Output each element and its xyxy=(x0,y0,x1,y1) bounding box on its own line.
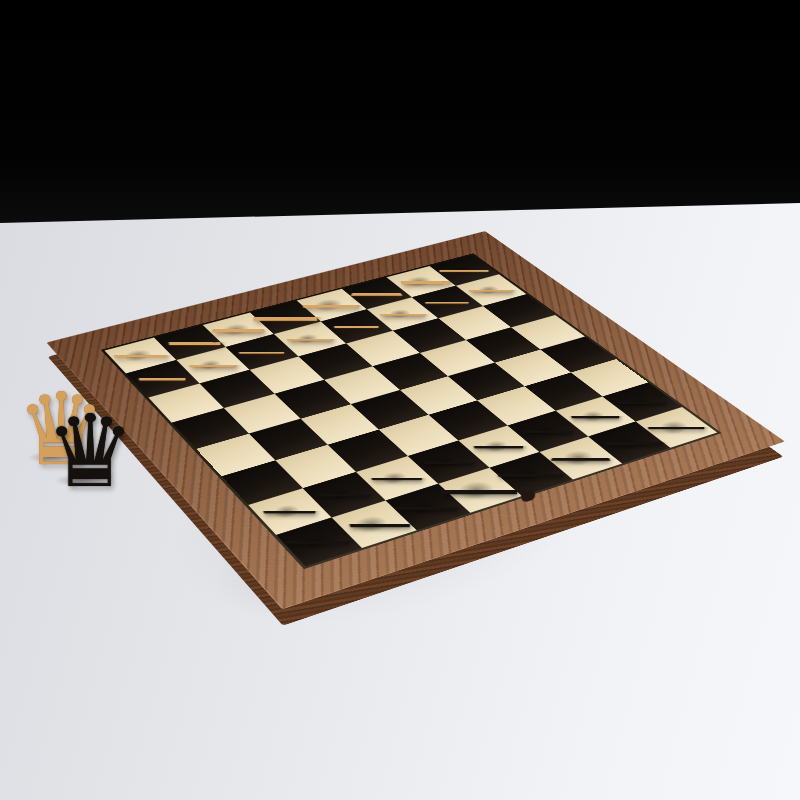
photo-scene: ♜♞♝♚♛♝♞♜♟♟♟♟♟♟♟♟♟♟♟♟♟♟♟♟♜♞♝♚♛♝♞♜ ♛ ♛ xyxy=(0,0,800,800)
spare-black-queen[interactable]: ♛ xyxy=(45,402,135,502)
